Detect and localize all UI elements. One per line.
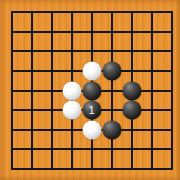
stone-white-e3 <box>82 120 101 139</box>
grid-line-vertical <box>111 11 113 170</box>
stone-black-f6 <box>102 61 121 80</box>
stone-white-e6 <box>82 61 101 80</box>
grid-line-horizontal <box>11 148 173 150</box>
stone-black-f3 <box>102 120 121 139</box>
stone-white-d4 <box>62 101 81 120</box>
stone-black-e4: 1 <box>82 101 101 120</box>
grid-line-horizontal <box>11 168 173 170</box>
go-board[interactable]: 1 <box>0 0 180 180</box>
grid-line-vertical <box>171 11 173 170</box>
stone-black-g4 <box>122 101 141 120</box>
move-number-label: 1 <box>88 105 94 116</box>
grid-line-vertical <box>151 11 153 170</box>
stone-black-e5 <box>82 81 101 100</box>
stone-white-d5 <box>62 81 81 100</box>
stone-black-g5 <box>122 81 141 100</box>
